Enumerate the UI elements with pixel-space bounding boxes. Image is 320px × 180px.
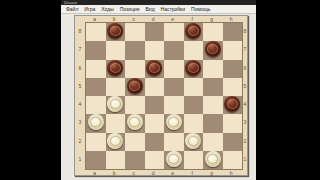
square-e7[interactable] (164, 41, 184, 59)
white-man-f2[interactable] (185, 133, 201, 149)
square-b3[interactable] (106, 114, 126, 132)
white-man-b2[interactable] (107, 133, 123, 149)
square-e8[interactable] (164, 23, 184, 41)
black-man-c5[interactable] (127, 78, 143, 94)
white-man-e1[interactable] (166, 151, 182, 167)
black-man-f8[interactable] (185, 23, 201, 39)
piece-ring (149, 63, 160, 73)
square-f4[interactable] (184, 96, 204, 114)
square-d2[interactable] (145, 133, 165, 151)
square-b8[interactable] (106, 23, 126, 41)
menu-item-moves[interactable]: Ходы (98, 5, 116, 13)
piece-ring (90, 117, 101, 127)
square-e3[interactable] (164, 114, 184, 132)
square-b6[interactable] (106, 60, 126, 78)
square-d1[interactable] (145, 151, 165, 169)
piece-ring (110, 26, 121, 36)
square-g7[interactable] (203, 41, 223, 59)
square-b2[interactable] (106, 133, 126, 151)
square-h4[interactable] (223, 96, 243, 114)
square-b4[interactable] (106, 96, 126, 114)
square-e5[interactable] (164, 78, 184, 96)
coord-label-4: 4 (75, 95, 85, 113)
coord-label-7: 7 (75, 40, 85, 58)
square-c1[interactable] (125, 151, 145, 169)
square-d5[interactable] (145, 78, 165, 96)
menu-item-view[interactable]: Вид (143, 5, 158, 13)
menu-item-help[interactable]: Помощь (188, 5, 213, 13)
square-g3[interactable] (203, 114, 223, 132)
square-f3[interactable] (184, 114, 204, 132)
piece-ring (227, 99, 238, 109)
menu-item-file[interactable]: Файл (63, 5, 81, 13)
square-a2[interactable] (86, 133, 106, 151)
menu-item-position[interactable]: Позиция (117, 5, 143, 13)
square-b1[interactable] (106, 151, 126, 169)
square-h3[interactable] (223, 114, 243, 132)
square-e1[interactable] (164, 151, 184, 169)
square-g2[interactable] (203, 133, 223, 151)
square-d4[interactable] (145, 96, 165, 114)
square-g6[interactable] (203, 60, 223, 78)
coord-label-2: 2 (75, 132, 85, 150)
square-e6[interactable] (164, 60, 184, 78)
coord-label-3: 3 (75, 113, 85, 131)
black-man-b6[interactable] (107, 60, 123, 76)
square-h7[interactable] (223, 41, 243, 59)
square-d3[interactable] (145, 114, 165, 132)
square-h8[interactable] (223, 23, 243, 41)
square-h2[interactable] (223, 133, 243, 151)
square-c3[interactable] (125, 114, 145, 132)
piece-ring (207, 154, 218, 164)
coord-label-1: 1 (75, 150, 85, 168)
white-man-b4[interactable] (107, 96, 123, 112)
square-c8[interactable] (125, 23, 145, 41)
square-a5[interactable] (86, 78, 106, 96)
piece-ring (188, 26, 199, 36)
board-panel: abcdefgh abcdefgh 87654321 87654321 (61, 15, 256, 180)
black-man-b8[interactable] (107, 23, 123, 39)
square-h6[interactable] (223, 60, 243, 78)
piece-ring (188, 63, 199, 73)
piece-ring (110, 136, 121, 146)
square-f8[interactable] (184, 23, 204, 41)
white-man-c3[interactable] (127, 114, 143, 130)
checkers-board (85, 22, 243, 170)
square-g5[interactable] (203, 78, 223, 96)
piece-ring (168, 154, 179, 164)
square-f1[interactable] (184, 151, 204, 169)
coord-label-5: 5 (75, 77, 85, 95)
black-man-g7[interactable] (205, 41, 221, 57)
square-e4[interactable] (164, 96, 184, 114)
app-window: Шашки Файл Игра Ходы Позиция Вид Настрой… (61, 0, 256, 180)
square-f7[interactable] (184, 41, 204, 59)
square-g8[interactable] (203, 23, 223, 41)
white-man-a3[interactable] (88, 114, 104, 130)
menu-bar: Файл Игра Ходы Позиция Вид Настройки Пом… (61, 5, 256, 14)
square-h1[interactable] (223, 151, 243, 169)
square-f6[interactable] (184, 60, 204, 78)
rank-labels-left: 87654321 (75, 22, 85, 168)
square-f5[interactable] (184, 78, 204, 96)
square-f2[interactable] (184, 133, 204, 151)
square-d6[interactable] (145, 60, 165, 78)
piece-ring (168, 117, 179, 127)
square-b7[interactable] (106, 41, 126, 59)
square-c2[interactable] (125, 133, 145, 151)
board-frame: abcdefgh abcdefgh 87654321 87654321 (74, 15, 248, 176)
black-man-d6[interactable] (146, 60, 162, 76)
square-d8[interactable] (145, 23, 165, 41)
menu-item-settings[interactable]: Настройки (158, 5, 189, 13)
square-b5[interactable] (106, 78, 126, 96)
screen: { "app": { "title": "Шашки", "menu": ["Ф… (0, 0, 320, 180)
square-a8[interactable] (86, 23, 106, 41)
square-c6[interactable] (125, 60, 145, 78)
piece-ring (129, 117, 140, 127)
square-a3[interactable] (86, 114, 106, 132)
coord-label-6: 6 (75, 59, 85, 77)
square-g1[interactable] (203, 151, 223, 169)
square-d7[interactable] (145, 41, 165, 59)
square-c5[interactable] (125, 78, 145, 96)
black-man-f6[interactable] (185, 60, 201, 76)
coord-label-8: 8 (75, 22, 85, 40)
white-man-e3[interactable] (166, 114, 182, 130)
piece-ring (207, 44, 218, 54)
square-h5[interactable] (223, 78, 243, 96)
white-man-g1[interactable] (205, 151, 221, 167)
square-g4[interactable] (203, 96, 223, 114)
black-man-h4[interactable] (224, 96, 240, 112)
square-c7[interactable] (125, 41, 145, 59)
piece-ring (129, 81, 140, 91)
menu-item-game[interactable]: Игра (81, 5, 98, 13)
piece-ring (110, 99, 121, 109)
piece-ring (110, 63, 121, 73)
square-a4[interactable] (86, 96, 106, 114)
square-a1[interactable] (86, 151, 106, 169)
square-a6[interactable] (86, 60, 106, 78)
square-c4[interactable] (125, 96, 145, 114)
square-a7[interactable] (86, 41, 106, 59)
square-e2[interactable] (164, 133, 184, 151)
piece-ring (188, 136, 199, 146)
